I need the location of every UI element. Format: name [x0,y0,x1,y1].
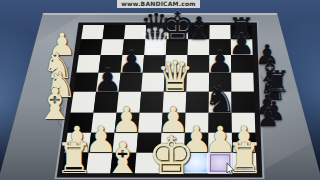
piece-g4-black-knight[interactable]: ♞ [204,82,236,118]
piece-c6-black-pawn[interactable]: ♟ [118,47,145,77]
mouse-cursor [226,163,236,176]
bandicam-watermark: www.BANDICAM.com [117,0,200,8]
piece-f8-black-bishop[interactable]: ♝ [185,13,213,44]
square-a7[interactable] [79,39,103,55]
piece-a1-white-rook[interactable]: ♜ [55,138,93,180]
captured-white-bishop: ♝ [36,83,75,126]
piece-c1-white-bishop[interactable]: ♝ [104,137,143,180]
piece-g6-black-pawn[interactable]: ♟ [207,47,234,77]
piece-e5-white-queen[interactable]: ♛ [156,56,194,98]
piece-e1-white-king[interactable]: ♚ [148,129,196,180]
captured-black-pawn: ♟ [257,105,279,130]
piece-b5-black-pawn[interactable]: ♟ [93,64,122,96]
square-a8[interactable] [81,25,104,39]
square-b8[interactable] [103,25,126,39]
chess-game-scene: ♛♚♝♜♟♟♟♛♟♞♟♟♟♟♟♟♟♜♝♚♜♛ ♟♞♞♝♟♝♞♜♟♟♟ www.B… [0,0,320,180]
